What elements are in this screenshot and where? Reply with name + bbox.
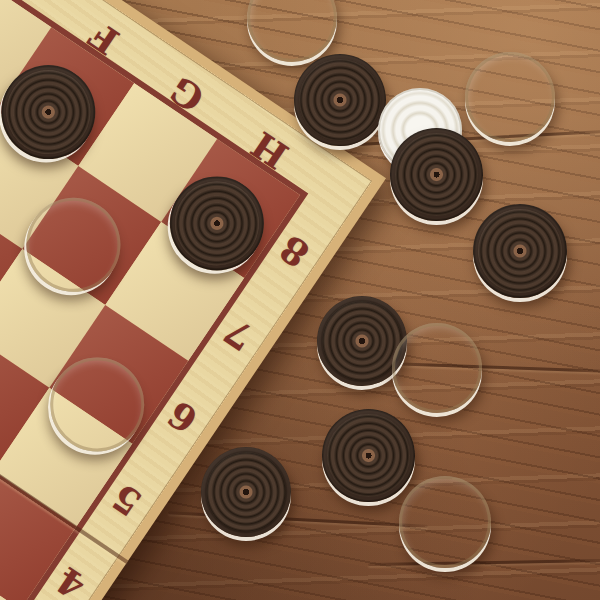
checker-light-table-1[interactable] [247, 0, 337, 62]
photo-scene: FGH87654 [0, 0, 600, 600]
checker-dark-table-5[interactable] [390, 128, 483, 221]
checker-dark-table-9[interactable] [322, 409, 415, 502]
checker-light-table-8[interactable] [392, 323, 482, 413]
checker-light-table-4[interactable] [465, 52, 555, 142]
checker-dark-table-6[interactable] [473, 204, 567, 298]
checker-light-table-10[interactable] [399, 476, 491, 568]
checker-dark-table-2[interactable] [294, 54, 386, 146]
checker-dark-table-11[interactable] [201, 447, 291, 537]
plank-seam [368, 559, 600, 566]
